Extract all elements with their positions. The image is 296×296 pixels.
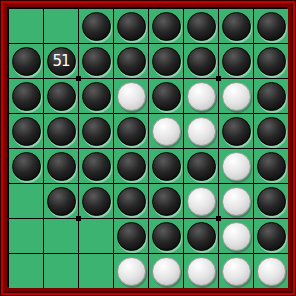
cell-g1[interactable] [219, 9, 253, 43]
black-disc [82, 82, 111, 111]
cell-c6[interactable] [79, 184, 113, 218]
black-disc [82, 47, 111, 76]
black-disc [82, 12, 111, 41]
cell-f1[interactable] [184, 9, 218, 43]
black-disc [117, 47, 146, 76]
cell-b1[interactable] [44, 9, 78, 43]
cell-g3[interactable] [219, 79, 253, 113]
black-disc [82, 117, 111, 146]
cell-f5[interactable] [184, 149, 218, 183]
black-disc [12, 82, 41, 111]
cell-e6[interactable] [149, 184, 183, 218]
black-disc [47, 117, 76, 146]
cell-e5[interactable] [149, 149, 183, 183]
white-disc [257, 257, 286, 286]
cell-b4[interactable] [44, 114, 78, 148]
black-disc [222, 12, 251, 41]
cell-d6[interactable] [114, 184, 148, 218]
cell-c8[interactable] [79, 254, 113, 288]
black-disc [152, 12, 181, 41]
black-disc [257, 47, 286, 76]
black-disc [222, 47, 251, 76]
cell-f2[interactable] [184, 44, 218, 78]
cell-b2[interactable]: 51 [44, 44, 78, 78]
black-disc [12, 152, 41, 181]
black-disc [187, 47, 216, 76]
cell-e8[interactable] [149, 254, 183, 288]
board-guide-dot [76, 76, 81, 81]
board-guide-dot [216, 216, 221, 221]
board-frame: 51 [3, 3, 293, 293]
cell-c5[interactable] [79, 149, 113, 183]
cell-e1[interactable] [149, 9, 183, 43]
cell-a1[interactable] [9, 9, 43, 43]
cell-g5[interactable] [219, 149, 253, 183]
cell-e2[interactable] [149, 44, 183, 78]
cell-f7[interactable] [184, 219, 218, 253]
cell-h4[interactable] [254, 114, 288, 148]
black-disc [47, 152, 76, 181]
black-disc [12, 117, 41, 146]
cell-d4[interactable] [114, 114, 148, 148]
cell-d3[interactable] [114, 79, 148, 113]
cell-g4[interactable] [219, 114, 253, 148]
cell-f3[interactable] [184, 79, 218, 113]
black-disc [222, 117, 251, 146]
black-disc [152, 47, 181, 76]
white-disc [117, 257, 146, 286]
black-disc [152, 82, 181, 111]
white-disc [117, 82, 146, 111]
white-disc [187, 187, 216, 216]
black-disc [117, 117, 146, 146]
cell-e4[interactable] [149, 114, 183, 148]
black-disc [152, 187, 181, 216]
cell-a4[interactable] [9, 114, 43, 148]
cell-h8[interactable] [254, 254, 288, 288]
black-disc [257, 12, 286, 41]
black-disc [187, 12, 216, 41]
cell-e3[interactable] [149, 79, 183, 113]
black-disc [257, 222, 286, 251]
cell-f4[interactable] [184, 114, 218, 148]
black-disc [257, 152, 286, 181]
white-disc [187, 257, 216, 286]
cell-b8[interactable] [44, 254, 78, 288]
black-disc [47, 187, 76, 216]
cell-e7[interactable] [149, 219, 183, 253]
cell-c4[interactable] [79, 114, 113, 148]
cell-g6[interactable] [219, 184, 253, 218]
white-disc [222, 152, 251, 181]
cell-h6[interactable] [254, 184, 288, 218]
cell-b3[interactable] [44, 79, 78, 113]
cell-a5[interactable] [9, 149, 43, 183]
cell-c3[interactable] [79, 79, 113, 113]
black-disc [152, 222, 181, 251]
cell-g2[interactable] [219, 44, 253, 78]
black-disc [187, 152, 216, 181]
move-number-label: 51 [52, 54, 69, 69]
black-disc [82, 152, 111, 181]
cell-a8[interactable] [9, 254, 43, 288]
board-guide-dot [76, 216, 81, 221]
cell-d1[interactable] [114, 9, 148, 43]
black-disc [187, 222, 216, 251]
black-disc [117, 222, 146, 251]
cell-c2[interactable] [79, 44, 113, 78]
cell-h5[interactable] [254, 149, 288, 183]
white-disc [187, 117, 216, 146]
white-disc [222, 187, 251, 216]
black-disc [152, 152, 181, 181]
cell-f6[interactable] [184, 184, 218, 218]
black-disc [47, 82, 76, 111]
black-disc [117, 152, 146, 181]
cell-a7[interactable] [9, 219, 43, 253]
cell-c1[interactable] [79, 9, 113, 43]
black-disc [257, 117, 286, 146]
cell-a2[interactable] [9, 44, 43, 78]
white-disc [152, 117, 181, 146]
cell-h2[interactable] [254, 44, 288, 78]
black-disc [257, 187, 286, 216]
black-disc [117, 187, 146, 216]
cell-a6[interactable] [9, 184, 43, 218]
black-disc: 51 [47, 47, 76, 76]
black-disc [117, 12, 146, 41]
cell-b7[interactable] [44, 219, 78, 253]
cell-b6[interactable] [44, 184, 78, 218]
white-disc [222, 257, 251, 286]
white-disc [152, 257, 181, 286]
board-frame-outer: 51 [0, 0, 296, 296]
cell-h1[interactable] [254, 9, 288, 43]
white-disc [222, 222, 251, 251]
board-guide-dot [216, 76, 221, 81]
cell-h3[interactable] [254, 79, 288, 113]
othello-board: 51 [9, 9, 288, 288]
white-disc [222, 82, 251, 111]
white-disc [187, 82, 216, 111]
cell-c7[interactable] [79, 219, 113, 253]
cell-g8[interactable] [219, 254, 253, 288]
cell-h7[interactable] [254, 219, 288, 253]
cell-b5[interactable] [44, 149, 78, 183]
black-disc [257, 82, 286, 111]
cell-d2[interactable] [114, 44, 148, 78]
black-disc [12, 47, 41, 76]
cell-g7[interactable] [219, 219, 253, 253]
board-inner-rim: 51 [7, 7, 287, 287]
cell-f8[interactable] [184, 254, 218, 288]
black-disc [82, 187, 111, 216]
cell-d7[interactable] [114, 219, 148, 253]
cell-d8[interactable] [114, 254, 148, 288]
cell-d5[interactable] [114, 149, 148, 183]
cell-a3[interactable] [9, 79, 43, 113]
